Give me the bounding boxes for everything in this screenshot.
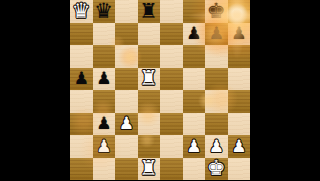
- square-f2: ♟: [183, 135, 206, 158]
- square-d1: ♜: [138, 158, 161, 181]
- square-e8: [160, 0, 183, 23]
- piece-white-rook-d1: ♜: [138, 158, 161, 181]
- square-b4: [93, 90, 116, 113]
- square-d6: [138, 45, 161, 68]
- square-d7: [138, 23, 161, 46]
- square-g8: ♚: [205, 0, 228, 23]
- square-d5: ♜: [138, 68, 161, 91]
- piece-black-queen-b8: ♛: [93, 0, 116, 23]
- square-c1: [115, 158, 138, 181]
- piece-white-pawn-b2: ♟: [93, 135, 116, 158]
- square-f4: [183, 90, 206, 113]
- letterbox-left: [0, 0, 70, 180]
- square-c7: [115, 23, 138, 46]
- letterbox-right: [250, 0, 320, 180]
- square-b2: ♟: [93, 135, 116, 158]
- square-c4: [115, 90, 138, 113]
- square-g4: [205, 90, 228, 113]
- square-a1: [70, 158, 93, 181]
- square-b7: [93, 23, 116, 46]
- square-d8: ♜: [138, 0, 161, 23]
- square-a6: [70, 45, 93, 68]
- square-f1: [183, 158, 206, 181]
- square-h4: [228, 90, 251, 113]
- square-d4: [138, 90, 161, 113]
- square-e5: [160, 68, 183, 91]
- square-b5: ♟: [93, 68, 116, 91]
- square-f8: [183, 0, 206, 23]
- square-a4: [70, 90, 93, 113]
- square-f6: [183, 45, 206, 68]
- square-g2: ♟: [205, 135, 228, 158]
- piece-white-rook-d5: ♜: [138, 68, 161, 91]
- square-e3: [160, 113, 183, 136]
- piece-black-king-g8: ♚: [205, 0, 228, 23]
- piece-white-pawn-g2: ♟: [205, 135, 228, 158]
- chess-video-frame: ♛♛♜♚♟♟♟♟♟♜♟♟♟♟♟♟♜♚: [0, 0, 320, 180]
- square-b3: ♟: [93, 113, 116, 136]
- square-e1: [160, 158, 183, 181]
- square-h6: [228, 45, 251, 68]
- piece-white-pawn-h2: ♟: [228, 135, 251, 158]
- piece-white-pawn-f2: ♟: [183, 135, 206, 158]
- square-f3: [183, 113, 206, 136]
- square-c6: [115, 45, 138, 68]
- square-g3: [205, 113, 228, 136]
- piece-white-pawn-c3: ♟: [115, 113, 138, 136]
- square-d2: [138, 135, 161, 158]
- square-c2: [115, 135, 138, 158]
- square-f5: [183, 68, 206, 91]
- square-a2: [70, 135, 93, 158]
- square-f7: ♟: [183, 23, 206, 46]
- square-g1: ♚: [205, 158, 228, 181]
- piece-white-queen-a8: ♛: [70, 0, 93, 23]
- square-e6: [160, 45, 183, 68]
- piece-black-rook-d8: ♜: [138, 0, 161, 23]
- piece-black-pawn-g7: ♟: [205, 23, 228, 46]
- square-a7: [70, 23, 93, 46]
- square-h1: [228, 158, 251, 181]
- square-g5: [205, 68, 228, 91]
- square-b6: [93, 45, 116, 68]
- piece-black-pawn-h7: ♟: [228, 23, 251, 46]
- square-a5: ♟: [70, 68, 93, 91]
- square-c3: ♟: [115, 113, 138, 136]
- piece-black-pawn-b3: ♟: [93, 113, 116, 136]
- piece-black-pawn-b5: ♟: [93, 68, 116, 91]
- square-h2: ♟: [228, 135, 251, 158]
- square-h7: ♟: [228, 23, 251, 46]
- square-b8: ♛: [93, 0, 116, 23]
- square-e4: [160, 90, 183, 113]
- square-h3: [228, 113, 251, 136]
- chess-board: ♛♛♜♚♟♟♟♟♟♜♟♟♟♟♟♟♜♚: [70, 0, 250, 180]
- square-b1: [93, 158, 116, 181]
- square-h5: [228, 68, 251, 91]
- square-g7: ♟: [205, 23, 228, 46]
- piece-black-pawn-a5: ♟: [70, 68, 93, 91]
- piece-black-pawn-f7: ♟: [183, 23, 206, 46]
- square-c8: [115, 0, 138, 23]
- piece-white-king-g1: ♚: [205, 158, 228, 181]
- square-d3: [138, 113, 161, 136]
- square-g6: [205, 45, 228, 68]
- square-e2: [160, 135, 183, 158]
- square-h8: [228, 0, 251, 23]
- square-a3: [70, 113, 93, 136]
- square-e7: [160, 23, 183, 46]
- square-a8: ♛: [70, 0, 93, 23]
- square-c5: [115, 68, 138, 91]
